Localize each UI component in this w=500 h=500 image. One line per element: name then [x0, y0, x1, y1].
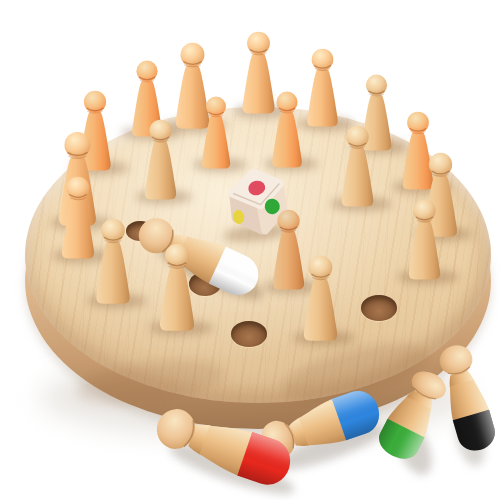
peg-hole	[231, 321, 267, 347]
standing-peg[interactable]	[129, 118, 192, 203]
standing-peg[interactable]	[80, 217, 146, 308]
peg-hole	[361, 295, 397, 321]
standing-peg[interactable]	[186, 95, 246, 172]
standing-peg[interactable]	[141, 242, 213, 335]
scene	[0, 0, 500, 500]
standing-peg[interactable]	[323, 124, 392, 211]
standing-peg[interactable]	[390, 198, 459, 283]
standing-peg[interactable]	[286, 254, 355, 345]
